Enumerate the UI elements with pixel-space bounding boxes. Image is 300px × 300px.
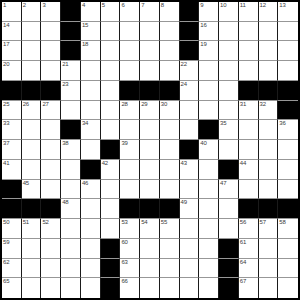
white-cell[interactable] — [199, 219, 219, 239]
white-cell[interactable]: 26 — [22, 101, 42, 121]
clue-number: 49 — [181, 199, 187, 206]
white-cell[interactable]: 3 — [41, 2, 61, 22]
white-cell[interactable] — [259, 239, 279, 259]
white-cell[interactable] — [259, 61, 279, 81]
white-cell[interactable]: 53 — [120, 219, 140, 239]
clue-number: 23 — [62, 81, 68, 88]
white-cell[interactable] — [239, 22, 259, 42]
clue-number: 6 — [121, 2, 124, 9]
clue-number: 12 — [260, 2, 266, 9]
clue-number: 51 — [23, 219, 29, 226]
white-cell[interactable] — [120, 41, 140, 61]
white-cell[interactable] — [199, 278, 219, 298]
clue-number: 42 — [102, 160, 108, 167]
white-cell[interactable]: 23 — [61, 81, 81, 101]
white-cell[interactable] — [259, 160, 279, 180]
white-cell[interactable] — [160, 278, 180, 298]
white-cell[interactable]: 54 — [140, 219, 160, 239]
white-cell[interactable] — [160, 180, 180, 200]
clue-number: 27 — [42, 101, 48, 108]
white-cell[interactable] — [81, 278, 101, 298]
white-cell[interactable]: 19 — [199, 41, 219, 61]
clue-number: 20 — [3, 61, 9, 68]
white-cell[interactable] — [81, 140, 101, 160]
clue-number: 32 — [260, 101, 266, 108]
black-cell — [120, 199, 140, 219]
white-cell[interactable] — [239, 120, 259, 140]
white-cell[interactable] — [160, 120, 180, 140]
white-cell[interactable]: 42 — [101, 160, 121, 180]
clue-number: 19 — [200, 41, 206, 48]
white-cell[interactable]: 30 — [160, 101, 180, 121]
white-cell[interactable] — [41, 239, 61, 259]
white-cell[interactable]: 39 — [120, 140, 140, 160]
white-cell[interactable] — [120, 160, 140, 180]
white-cell[interactable] — [140, 278, 160, 298]
black-cell — [180, 41, 200, 61]
white-cell[interactable] — [120, 61, 140, 81]
white-cell[interactable] — [259, 278, 279, 298]
white-cell[interactable] — [140, 259, 160, 279]
white-cell[interactable] — [278, 278, 298, 298]
white-cell[interactable] — [259, 140, 279, 160]
clue-number: 64 — [240, 259, 246, 266]
black-cell — [278, 101, 298, 121]
white-cell[interactable]: 5 — [101, 2, 121, 22]
white-cell[interactable]: 24 — [180, 81, 200, 101]
clue-number: 35 — [220, 120, 226, 127]
white-cell[interactable]: 37 — [2, 140, 22, 160]
black-cell — [259, 199, 279, 219]
white-cell[interactable]: 48 — [61, 199, 81, 219]
black-cell — [41, 199, 61, 219]
white-cell[interactable] — [41, 160, 61, 180]
black-cell — [2, 199, 22, 219]
clue-number: 31 — [240, 101, 246, 108]
white-cell[interactable]: 2 — [22, 2, 42, 22]
clue-number: 22 — [181, 61, 187, 68]
white-cell[interactable] — [22, 239, 42, 259]
white-cell[interactable] — [199, 160, 219, 180]
black-cell — [2, 180, 22, 200]
black-cell — [61, 2, 81, 22]
white-cell[interactable] — [160, 61, 180, 81]
clue-number: 2 — [23, 2, 26, 9]
clue-number: 66 — [121, 278, 127, 285]
white-cell[interactable]: 14 — [2, 22, 22, 42]
clue-number: 56 — [240, 219, 246, 226]
clue-number: 65 — [3, 278, 9, 285]
clue-number: 57 — [260, 219, 266, 226]
white-cell[interactable] — [120, 180, 140, 200]
black-cell — [160, 81, 180, 101]
white-cell[interactable]: 31 — [239, 101, 259, 121]
white-cell[interactable] — [41, 259, 61, 279]
white-cell[interactable]: 58 — [278, 219, 298, 239]
white-cell[interactable]: 34 — [81, 120, 101, 140]
white-cell[interactable]: 38 — [61, 140, 81, 160]
white-cell[interactable] — [140, 140, 160, 160]
white-cell[interactable] — [120, 22, 140, 42]
black-cell — [81, 160, 101, 180]
black-cell — [278, 81, 298, 101]
white-cell[interactable] — [180, 239, 200, 259]
white-cell[interactable] — [199, 81, 219, 101]
white-cell[interactable]: 17 — [2, 41, 22, 61]
white-cell[interactable] — [101, 22, 121, 42]
clue-number: 26 — [23, 101, 29, 108]
white-cell[interactable]: 51 — [22, 219, 42, 239]
clue-number: 38 — [62, 140, 68, 147]
white-cell[interactable] — [61, 259, 81, 279]
white-cell[interactable] — [81, 259, 101, 279]
white-cell[interactable] — [101, 180, 121, 200]
white-cell[interactable] — [101, 61, 121, 81]
white-cell[interactable]: 56 — [239, 219, 259, 239]
white-cell[interactable]: 10 — [219, 2, 239, 22]
white-cell[interactable]: 28 — [120, 101, 140, 121]
black-cell — [2, 81, 22, 101]
clue-number: 50 — [3, 219, 9, 226]
clue-number: 8 — [161, 2, 164, 9]
white-cell[interactable]: 64 — [239, 259, 259, 279]
white-cell[interactable] — [22, 61, 42, 81]
white-cell[interactable] — [41, 140, 61, 160]
white-cell[interactable] — [81, 101, 101, 121]
black-cell — [140, 199, 160, 219]
white-cell[interactable] — [180, 219, 200, 239]
white-cell[interactable] — [278, 41, 298, 61]
white-cell[interactable] — [180, 180, 200, 200]
white-cell[interactable]: 27 — [41, 101, 61, 121]
white-cell[interactable] — [239, 41, 259, 61]
white-cell[interactable] — [61, 219, 81, 239]
white-cell[interactable]: 18 — [81, 41, 101, 61]
white-cell[interactable] — [278, 160, 298, 180]
clue-number: 1 — [3, 2, 6, 9]
white-cell[interactable]: 22 — [180, 61, 200, 81]
clue-number: 5 — [102, 2, 105, 9]
white-cell[interactable]: 35 — [219, 120, 239, 140]
white-cell[interactable]: 9 — [199, 2, 219, 22]
clue-number: 39 — [121, 140, 127, 147]
white-cell[interactable] — [140, 61, 160, 81]
white-cell[interactable]: 50 — [2, 219, 22, 239]
white-cell[interactable] — [199, 199, 219, 219]
white-cell[interactable]: 66 — [120, 278, 140, 298]
white-cell[interactable] — [180, 278, 200, 298]
clue-number: 33 — [3, 120, 9, 127]
white-cell[interactable]: 46 — [81, 180, 101, 200]
white-cell[interactable] — [259, 259, 279, 279]
white-cell[interactable]: 45 — [22, 180, 42, 200]
black-cell — [219, 239, 239, 259]
clue-number: 45 — [23, 180, 29, 187]
clue-number: 24 — [181, 81, 187, 88]
white-cell[interactable] — [219, 219, 239, 239]
black-cell — [61, 41, 81, 61]
black-cell — [41, 81, 61, 101]
white-cell[interactable] — [278, 259, 298, 279]
clue-number: 37 — [3, 140, 9, 147]
white-cell[interactable] — [278, 61, 298, 81]
white-cell[interactable]: 47 — [219, 180, 239, 200]
clue-number: 41 — [3, 160, 9, 167]
white-cell[interactable]: 11 — [239, 2, 259, 22]
white-cell[interactable] — [22, 259, 42, 279]
white-cell[interactable] — [81, 219, 101, 239]
black-cell — [140, 81, 160, 101]
white-cell[interactable] — [81, 61, 101, 81]
clue-number: 30 — [161, 101, 167, 108]
white-cell[interactable]: 67 — [239, 278, 259, 298]
white-cell[interactable] — [239, 180, 259, 200]
clue-number: 17 — [3, 41, 9, 48]
white-cell[interactable] — [160, 140, 180, 160]
white-cell[interactable] — [278, 22, 298, 42]
white-cell[interactable] — [239, 61, 259, 81]
white-cell[interactable]: 36 — [278, 120, 298, 140]
clue-number: 28 — [121, 101, 127, 108]
white-cell[interactable] — [101, 120, 121, 140]
white-cell[interactable] — [219, 140, 239, 160]
white-cell[interactable]: 15 — [81, 22, 101, 42]
black-cell — [278, 199, 298, 219]
clue-number: 63 — [121, 259, 127, 266]
white-cell[interactable]: 55 — [160, 219, 180, 239]
white-cell[interactable]: 6 — [120, 2, 140, 22]
white-cell[interactable]: 29 — [140, 101, 160, 121]
white-cell[interactable] — [41, 180, 61, 200]
clue-number: 53 — [121, 219, 127, 226]
white-cell[interactable]: 25 — [2, 101, 22, 121]
clue-number: 54 — [141, 219, 147, 226]
clue-number: 10 — [220, 2, 226, 9]
white-cell[interactable] — [219, 101, 239, 121]
white-cell[interactable] — [101, 81, 121, 101]
clue-number: 58 — [279, 219, 285, 226]
clue-number: 44 — [240, 160, 246, 167]
white-cell[interactable]: 1 — [2, 2, 22, 22]
white-cell[interactable] — [259, 120, 279, 140]
white-cell[interactable] — [278, 239, 298, 259]
black-cell — [22, 199, 42, 219]
white-cell[interactable]: 41 — [2, 160, 22, 180]
white-cell[interactable]: 8 — [160, 2, 180, 22]
white-cell[interactable]: 16 — [199, 22, 219, 42]
white-cell[interactable] — [81, 81, 101, 101]
white-cell[interactable] — [219, 199, 239, 219]
clue-number: 3 — [42, 2, 45, 9]
white-cell[interactable] — [41, 120, 61, 140]
clue-number: 61 — [240, 239, 246, 246]
black-cell — [101, 140, 121, 160]
clue-number: 46 — [82, 180, 88, 187]
white-cell[interactable] — [140, 120, 160, 140]
clue-number: 25 — [3, 101, 9, 108]
clue-number: 4 — [82, 2, 85, 9]
white-cell[interactable] — [219, 61, 239, 81]
white-cell[interactable] — [22, 22, 42, 42]
white-cell[interactable]: 63 — [120, 259, 140, 279]
black-cell — [160, 199, 180, 219]
white-cell[interactable] — [180, 259, 200, 279]
black-cell — [259, 81, 279, 101]
white-cell[interactable] — [180, 120, 200, 140]
black-cell — [219, 259, 239, 279]
white-cell[interactable] — [160, 160, 180, 180]
black-cell — [180, 140, 200, 160]
white-cell[interactable] — [22, 278, 42, 298]
clue-number: 48 — [62, 199, 68, 206]
white-cell[interactable] — [278, 140, 298, 160]
black-cell — [101, 278, 121, 298]
clue-number: 29 — [141, 101, 147, 108]
white-cell[interactable] — [219, 81, 239, 101]
white-cell[interactable] — [199, 180, 219, 200]
white-cell[interactable] — [278, 180, 298, 200]
white-cell[interactable]: 60 — [120, 239, 140, 259]
white-cell[interactable]: 49 — [180, 199, 200, 219]
clue-number: 47 — [220, 180, 226, 187]
white-cell[interactable] — [101, 219, 121, 239]
white-cell[interactable] — [180, 101, 200, 121]
white-cell[interactable] — [160, 239, 180, 259]
black-cell — [219, 160, 239, 180]
white-cell[interactable] — [22, 41, 42, 61]
clue-number: 59 — [3, 239, 9, 246]
white-cell[interactable] — [199, 239, 219, 259]
white-cell[interactable]: 32 — [259, 101, 279, 121]
black-cell — [22, 81, 42, 101]
white-cell[interactable] — [41, 41, 61, 61]
white-cell[interactable] — [219, 22, 239, 42]
white-cell[interactable] — [61, 180, 81, 200]
white-cell[interactable] — [22, 120, 42, 140]
white-cell[interactable] — [140, 239, 160, 259]
white-cell[interactable] — [199, 61, 219, 81]
clue-number: 18 — [82, 41, 88, 48]
black-cell — [120, 81, 140, 101]
black-cell — [239, 81, 259, 101]
white-cell[interactable]: 57 — [259, 219, 279, 239]
crossword-grid: 1234567891011121314151617181920212223242… — [0, 0, 300, 300]
black-cell — [180, 2, 200, 22]
clue-number: 43 — [181, 160, 187, 167]
black-cell — [61, 120, 81, 140]
white-cell[interactable] — [259, 41, 279, 61]
clue-number: 62 — [3, 259, 9, 266]
white-cell[interactable] — [259, 180, 279, 200]
white-cell[interactable] — [81, 239, 101, 259]
clue-number: 55 — [161, 219, 167, 226]
white-cell[interactable]: 7 — [140, 2, 160, 22]
white-cell[interactable]: 20 — [2, 61, 22, 81]
black-cell — [180, 22, 200, 42]
white-cell[interactable] — [199, 259, 219, 279]
clue-number: 13 — [279, 2, 285, 9]
white-cell[interactable]: 40 — [199, 140, 219, 160]
white-cell[interactable] — [41, 61, 61, 81]
white-cell[interactable]: 59 — [2, 239, 22, 259]
white-cell[interactable] — [140, 180, 160, 200]
black-cell — [239, 199, 259, 219]
clue-number: 21 — [62, 61, 68, 68]
white-cell[interactable] — [160, 259, 180, 279]
white-cell[interactable] — [22, 160, 42, 180]
white-cell[interactable]: 4 — [81, 2, 101, 22]
black-cell — [61, 22, 81, 42]
clue-number: 34 — [82, 120, 88, 127]
white-cell[interactable] — [160, 41, 180, 61]
white-cell[interactable]: 33 — [2, 120, 22, 140]
white-cell[interactable]: 43 — [180, 160, 200, 180]
white-cell[interactable] — [259, 22, 279, 42]
white-cell[interactable]: 61 — [239, 239, 259, 259]
white-cell[interactable] — [199, 101, 219, 121]
white-cell[interactable] — [22, 140, 42, 160]
white-cell[interactable] — [61, 239, 81, 259]
clue-number: 16 — [200, 22, 206, 29]
white-cell[interactable]: 44 — [239, 160, 259, 180]
clue-number: 40 — [200, 140, 206, 147]
white-cell[interactable] — [140, 22, 160, 42]
clue-number: 60 — [121, 239, 127, 246]
white-cell[interactable]: 52 — [41, 219, 61, 239]
white-cell[interactable] — [101, 41, 121, 61]
white-cell[interactable]: 13 — [278, 2, 298, 22]
white-cell[interactable] — [160, 22, 180, 42]
clue-number: 36 — [279, 120, 285, 127]
white-cell[interactable] — [81, 199, 101, 219]
white-cell[interactable]: 65 — [2, 278, 22, 298]
white-cell[interactable]: 21 — [61, 61, 81, 81]
black-cell — [219, 278, 239, 298]
white-cell[interactable]: 12 — [259, 2, 279, 22]
clue-number: 7 — [141, 2, 144, 9]
white-cell[interactable] — [239, 140, 259, 160]
clue-number: 67 — [240, 278, 246, 285]
white-cell[interactable] — [41, 22, 61, 42]
clue-number: 9 — [200, 2, 203, 9]
black-cell — [199, 120, 219, 140]
white-cell[interactable] — [101, 101, 121, 121]
white-cell[interactable] — [120, 120, 140, 140]
white-cell[interactable] — [61, 101, 81, 121]
clue-number: 14 — [3, 22, 9, 29]
white-cell[interactable]: 62 — [2, 259, 22, 279]
white-cell[interactable] — [140, 160, 160, 180]
clue-number: 52 — [42, 219, 48, 226]
white-cell[interactable] — [61, 160, 81, 180]
white-cell[interactable] — [219, 41, 239, 61]
white-cell[interactable] — [140, 41, 160, 61]
white-cell[interactable] — [101, 199, 121, 219]
clue-number: 15 — [82, 22, 88, 29]
white-cell[interactable] — [61, 278, 81, 298]
clue-number: 11 — [240, 2, 246, 9]
white-cell[interactable] — [41, 278, 61, 298]
black-cell — [101, 259, 121, 279]
black-cell — [101, 239, 121, 259]
